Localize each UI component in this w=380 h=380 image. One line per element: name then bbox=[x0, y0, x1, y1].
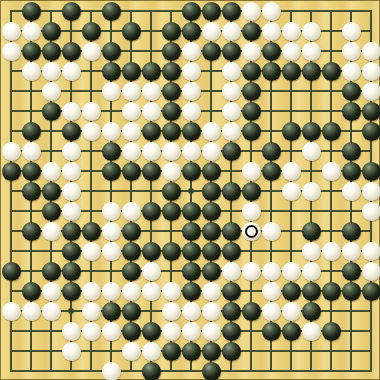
intersection[interactable] bbox=[101, 1, 121, 21]
intersection[interactable] bbox=[161, 61, 181, 81]
intersection[interactable] bbox=[261, 241, 281, 261]
intersection[interactable] bbox=[341, 221, 361, 241]
intersection[interactable] bbox=[101, 301, 121, 321]
intersection[interactable] bbox=[121, 221, 141, 241]
intersection[interactable] bbox=[181, 21, 201, 41]
intersection[interactable] bbox=[121, 361, 141, 380]
intersection[interactable] bbox=[261, 141, 281, 161]
intersection[interactable] bbox=[361, 61, 380, 81]
intersection[interactable] bbox=[81, 181, 101, 201]
intersection[interactable] bbox=[201, 321, 221, 341]
intersection[interactable] bbox=[341, 141, 361, 161]
intersection[interactable] bbox=[181, 1, 201, 21]
intersection[interactable] bbox=[41, 41, 61, 61]
intersection[interactable] bbox=[101, 21, 121, 41]
intersection[interactable] bbox=[281, 141, 301, 161]
intersection[interactable] bbox=[221, 161, 241, 181]
intersection[interactable] bbox=[181, 61, 201, 81]
intersection[interactable] bbox=[141, 41, 161, 61]
intersection[interactable] bbox=[121, 241, 141, 261]
intersection[interactable] bbox=[221, 221, 241, 241]
intersection[interactable] bbox=[341, 301, 361, 321]
intersection[interactable] bbox=[81, 61, 101, 81]
intersection[interactable] bbox=[101, 181, 121, 201]
intersection[interactable] bbox=[361, 341, 380, 361]
intersection[interactable] bbox=[141, 81, 161, 101]
intersection[interactable] bbox=[1, 261, 21, 281]
intersection[interactable] bbox=[1, 61, 21, 81]
intersection[interactable] bbox=[281, 361, 301, 380]
intersection[interactable] bbox=[181, 141, 201, 161]
intersection[interactable] bbox=[281, 201, 301, 221]
intersection[interactable] bbox=[321, 281, 341, 301]
intersection[interactable] bbox=[61, 241, 81, 261]
intersection[interactable] bbox=[201, 341, 221, 361]
intersection[interactable] bbox=[61, 181, 81, 201]
intersection[interactable] bbox=[341, 341, 361, 361]
intersection[interactable] bbox=[321, 201, 341, 221]
intersection[interactable] bbox=[301, 141, 321, 161]
intersection[interactable] bbox=[301, 81, 321, 101]
intersection[interactable] bbox=[221, 201, 241, 221]
intersection[interactable] bbox=[101, 361, 121, 380]
intersection[interactable] bbox=[61, 301, 81, 321]
intersection[interactable] bbox=[141, 201, 161, 221]
intersection[interactable] bbox=[41, 261, 61, 281]
intersection[interactable] bbox=[321, 61, 341, 81]
intersection[interactable] bbox=[181, 201, 201, 221]
intersection[interactable] bbox=[221, 61, 241, 81]
intersection[interactable] bbox=[21, 301, 41, 321]
intersection[interactable] bbox=[241, 201, 261, 221]
intersection[interactable] bbox=[181, 341, 201, 361]
intersection[interactable] bbox=[301, 21, 321, 41]
intersection[interactable] bbox=[81, 21, 101, 41]
intersection[interactable] bbox=[81, 41, 101, 61]
intersection[interactable] bbox=[241, 261, 261, 281]
intersection[interactable] bbox=[261, 21, 281, 41]
intersection[interactable] bbox=[241, 101, 261, 121]
intersection[interactable] bbox=[101, 341, 121, 361]
intersection[interactable] bbox=[41, 361, 61, 380]
intersection[interactable] bbox=[361, 81, 380, 101]
intersection[interactable] bbox=[81, 161, 101, 181]
intersection[interactable] bbox=[201, 221, 221, 241]
intersection[interactable] bbox=[241, 161, 261, 181]
intersection[interactable] bbox=[141, 321, 161, 341]
intersection[interactable] bbox=[81, 261, 101, 281]
intersection[interactable] bbox=[301, 61, 321, 81]
intersection[interactable] bbox=[81, 221, 101, 241]
intersection[interactable] bbox=[281, 301, 301, 321]
intersection[interactable] bbox=[41, 341, 61, 361]
intersection[interactable] bbox=[61, 321, 81, 341]
intersection[interactable] bbox=[201, 181, 221, 201]
intersection[interactable] bbox=[321, 1, 341, 21]
intersection[interactable] bbox=[21, 121, 41, 141]
intersection[interactable] bbox=[101, 121, 121, 141]
intersection[interactable] bbox=[61, 121, 81, 141]
intersection[interactable] bbox=[141, 121, 161, 141]
intersection[interactable] bbox=[321, 41, 341, 61]
intersection[interactable] bbox=[201, 361, 221, 380]
intersection[interactable] bbox=[141, 361, 161, 380]
intersection[interactable] bbox=[101, 81, 121, 101]
intersection[interactable] bbox=[21, 361, 41, 380]
intersection[interactable] bbox=[341, 161, 361, 181]
intersection[interactable] bbox=[241, 321, 261, 341]
intersection[interactable] bbox=[101, 241, 121, 261]
intersection[interactable] bbox=[121, 181, 141, 201]
intersection[interactable] bbox=[241, 241, 261, 261]
intersection[interactable] bbox=[61, 361, 81, 380]
intersection[interactable] bbox=[81, 201, 101, 221]
intersection[interactable] bbox=[321, 81, 341, 101]
intersection[interactable] bbox=[361, 221, 380, 241]
intersection[interactable] bbox=[81, 1, 101, 21]
intersection[interactable] bbox=[121, 61, 141, 81]
intersection[interactable] bbox=[81, 81, 101, 101]
intersection[interactable] bbox=[101, 201, 121, 221]
intersection[interactable] bbox=[241, 81, 261, 101]
intersection[interactable] bbox=[281, 21, 301, 41]
intersection[interactable] bbox=[141, 61, 161, 81]
intersection[interactable] bbox=[361, 181, 380, 201]
intersection[interactable] bbox=[61, 81, 81, 101]
intersection[interactable] bbox=[221, 121, 241, 141]
intersection[interactable] bbox=[341, 121, 361, 141]
intersection[interactable] bbox=[101, 281, 121, 301]
intersection[interactable] bbox=[181, 241, 201, 261]
intersection[interactable] bbox=[321, 21, 341, 41]
intersection[interactable] bbox=[121, 261, 141, 281]
intersection[interactable] bbox=[61, 41, 81, 61]
intersection[interactable] bbox=[301, 301, 321, 321]
intersection[interactable] bbox=[1, 241, 21, 261]
intersection[interactable] bbox=[121, 121, 141, 141]
intersection[interactable] bbox=[21, 341, 41, 361]
intersection[interactable] bbox=[201, 61, 221, 81]
intersection[interactable] bbox=[281, 261, 301, 281]
intersection[interactable] bbox=[21, 321, 41, 341]
intersection[interactable] bbox=[261, 341, 281, 361]
intersection[interactable] bbox=[121, 201, 141, 221]
intersection[interactable] bbox=[341, 21, 361, 41]
intersection[interactable] bbox=[21, 61, 41, 81]
intersection[interactable] bbox=[141, 341, 161, 361]
intersection[interactable] bbox=[301, 341, 321, 361]
intersection[interactable] bbox=[141, 261, 161, 281]
intersection[interactable] bbox=[1, 341, 21, 361]
intersection[interactable] bbox=[121, 101, 141, 121]
intersection[interactable] bbox=[241, 41, 261, 61]
intersection[interactable] bbox=[221, 181, 241, 201]
intersection[interactable] bbox=[81, 101, 101, 121]
intersection[interactable] bbox=[301, 41, 321, 61]
intersection[interactable] bbox=[221, 281, 241, 301]
intersection[interactable] bbox=[1, 21, 21, 41]
intersection[interactable] bbox=[321, 321, 341, 341]
intersection[interactable] bbox=[21, 241, 41, 261]
intersection[interactable] bbox=[1, 81, 21, 101]
intersection[interactable] bbox=[121, 161, 141, 181]
intersection[interactable] bbox=[1, 161, 21, 181]
intersection[interactable] bbox=[201, 281, 221, 301]
intersection[interactable] bbox=[61, 101, 81, 121]
intersection[interactable] bbox=[121, 21, 141, 41]
intersection[interactable] bbox=[81, 301, 101, 321]
intersection[interactable] bbox=[201, 1, 221, 21]
intersection[interactable] bbox=[61, 1, 81, 21]
intersection[interactable] bbox=[61, 21, 81, 41]
intersection[interactable] bbox=[241, 361, 261, 380]
intersection[interactable] bbox=[121, 141, 141, 161]
intersection[interactable] bbox=[1, 281, 21, 301]
intersection[interactable] bbox=[101, 101, 121, 121]
intersection[interactable] bbox=[1, 121, 21, 141]
intersection[interactable] bbox=[1, 301, 21, 321]
intersection[interactable] bbox=[221, 101, 241, 121]
intersection[interactable] bbox=[281, 61, 301, 81]
intersection[interactable] bbox=[261, 361, 281, 380]
intersection[interactable] bbox=[221, 1, 241, 21]
intersection[interactable] bbox=[281, 101, 301, 121]
intersection[interactable] bbox=[361, 101, 380, 121]
intersection[interactable] bbox=[361, 21, 380, 41]
intersection[interactable] bbox=[321, 161, 341, 181]
intersection[interactable] bbox=[221, 21, 241, 41]
intersection[interactable] bbox=[41, 161, 61, 181]
intersection[interactable] bbox=[21, 141, 41, 161]
intersection[interactable] bbox=[361, 141, 380, 161]
intersection[interactable] bbox=[221, 321, 241, 341]
intersection[interactable] bbox=[201, 141, 221, 161]
intersection[interactable] bbox=[21, 281, 41, 301]
intersection[interactable] bbox=[281, 181, 301, 201]
intersection[interactable] bbox=[261, 301, 281, 321]
intersection[interactable] bbox=[141, 301, 161, 321]
intersection[interactable] bbox=[281, 1, 301, 21]
intersection[interactable] bbox=[61, 221, 81, 241]
intersection[interactable] bbox=[161, 261, 181, 281]
intersection[interactable] bbox=[161, 81, 181, 101]
intersection[interactable] bbox=[101, 261, 121, 281]
intersection[interactable] bbox=[61, 341, 81, 361]
intersection[interactable] bbox=[81, 281, 101, 301]
intersection[interactable] bbox=[141, 241, 161, 261]
intersection[interactable] bbox=[221, 361, 241, 380]
intersection[interactable] bbox=[341, 321, 361, 341]
intersection[interactable] bbox=[261, 121, 281, 141]
intersection[interactable] bbox=[301, 201, 321, 221]
intersection[interactable] bbox=[221, 261, 241, 281]
intersection[interactable] bbox=[281, 81, 301, 101]
intersection[interactable] bbox=[321, 121, 341, 141]
intersection[interactable] bbox=[321, 181, 341, 201]
intersection[interactable] bbox=[161, 181, 181, 201]
intersection[interactable] bbox=[361, 41, 380, 61]
intersection[interactable] bbox=[361, 201, 380, 221]
intersection[interactable] bbox=[261, 221, 281, 241]
intersection[interactable] bbox=[221, 81, 241, 101]
intersection[interactable] bbox=[21, 41, 41, 61]
intersection[interactable] bbox=[201, 161, 221, 181]
intersection[interactable] bbox=[281, 161, 301, 181]
intersection[interactable] bbox=[301, 361, 321, 380]
intersection[interactable] bbox=[281, 41, 301, 61]
intersection[interactable] bbox=[321, 221, 341, 241]
intersection[interactable] bbox=[41, 181, 61, 201]
intersection[interactable] bbox=[241, 281, 261, 301]
intersection[interactable] bbox=[41, 101, 61, 121]
intersection[interactable] bbox=[201, 201, 221, 221]
intersection[interactable] bbox=[341, 201, 361, 221]
intersection[interactable] bbox=[321, 361, 341, 380]
intersection[interactable] bbox=[181, 41, 201, 61]
intersection[interactable] bbox=[41, 301, 61, 321]
intersection[interactable] bbox=[161, 281, 181, 301]
intersection[interactable] bbox=[241, 21, 261, 41]
intersection[interactable] bbox=[201, 241, 221, 261]
intersection[interactable] bbox=[1, 41, 21, 61]
intersection[interactable] bbox=[141, 221, 161, 241]
intersection[interactable] bbox=[281, 221, 301, 241]
intersection[interactable] bbox=[241, 61, 261, 81]
intersection[interactable] bbox=[261, 281, 281, 301]
intersection[interactable] bbox=[21, 261, 41, 281]
intersection[interactable] bbox=[21, 81, 41, 101]
intersection[interactable] bbox=[121, 41, 141, 61]
intersection[interactable] bbox=[301, 181, 321, 201]
intersection[interactable] bbox=[341, 1, 361, 21]
intersection[interactable] bbox=[341, 241, 361, 261]
intersection[interactable] bbox=[181, 261, 201, 281]
intersection[interactable] bbox=[181, 321, 201, 341]
intersection[interactable] bbox=[241, 181, 261, 201]
intersection[interactable] bbox=[361, 241, 380, 261]
intersection[interactable] bbox=[61, 61, 81, 81]
intersection[interactable] bbox=[341, 361, 361, 380]
intersection[interactable] bbox=[41, 61, 61, 81]
intersection[interactable] bbox=[341, 281, 361, 301]
intersection[interactable] bbox=[121, 301, 141, 321]
intersection[interactable] bbox=[141, 161, 161, 181]
intersection[interactable] bbox=[181, 121, 201, 141]
intersection[interactable] bbox=[261, 161, 281, 181]
intersection[interactable] bbox=[321, 301, 341, 321]
intersection[interactable] bbox=[81, 141, 101, 161]
intersection[interactable] bbox=[1, 221, 21, 241]
intersection[interactable] bbox=[301, 281, 321, 301]
intersection[interactable] bbox=[301, 221, 321, 241]
intersection[interactable] bbox=[81, 121, 101, 141]
intersection[interactable] bbox=[161, 1, 181, 21]
intersection[interactable] bbox=[161, 221, 181, 241]
intersection[interactable] bbox=[341, 81, 361, 101]
intersection[interactable] bbox=[41, 121, 61, 141]
intersection[interactable] bbox=[121, 321, 141, 341]
intersection[interactable] bbox=[81, 341, 101, 361]
intersection[interactable] bbox=[161, 241, 181, 261]
intersection[interactable] bbox=[361, 281, 380, 301]
intersection[interactable] bbox=[321, 241, 341, 261]
intersection[interactable] bbox=[261, 261, 281, 281]
intersection[interactable] bbox=[241, 1, 261, 21]
intersection[interactable] bbox=[41, 141, 61, 161]
intersection[interactable] bbox=[101, 41, 121, 61]
intersection[interactable] bbox=[201, 41, 221, 61]
intersection[interactable] bbox=[361, 321, 380, 341]
intersection[interactable] bbox=[41, 81, 61, 101]
intersection[interactable] bbox=[101, 61, 121, 81]
intersection[interactable] bbox=[241, 341, 261, 361]
intersection[interactable] bbox=[241, 121, 261, 141]
intersection[interactable] bbox=[121, 1, 141, 21]
intersection[interactable] bbox=[61, 261, 81, 281]
intersection[interactable] bbox=[21, 221, 41, 241]
intersection[interactable] bbox=[201, 261, 221, 281]
intersection[interactable] bbox=[41, 1, 61, 21]
intersection[interactable] bbox=[261, 181, 281, 201]
intersection[interactable] bbox=[281, 121, 301, 141]
intersection[interactable] bbox=[1, 321, 21, 341]
intersection[interactable] bbox=[41, 281, 61, 301]
intersection[interactable] bbox=[361, 161, 380, 181]
intersection[interactable] bbox=[161, 101, 181, 121]
intersection[interactable] bbox=[341, 101, 361, 121]
intersection[interactable] bbox=[181, 361, 201, 380]
intersection[interactable] bbox=[161, 301, 181, 321]
intersection[interactable] bbox=[121, 281, 141, 301]
intersection[interactable] bbox=[201, 121, 221, 141]
intersection[interactable] bbox=[341, 61, 361, 81]
intersection[interactable] bbox=[1, 201, 21, 221]
intersection[interactable] bbox=[61, 141, 81, 161]
intersection[interactable] bbox=[361, 1, 380, 21]
intersection[interactable] bbox=[281, 241, 301, 261]
intersection[interactable] bbox=[181, 281, 201, 301]
intersection[interactable] bbox=[161, 361, 181, 380]
intersection[interactable] bbox=[261, 81, 281, 101]
intersection[interactable] bbox=[241, 221, 261, 241]
intersection[interactable] bbox=[21, 101, 41, 121]
intersection[interactable] bbox=[321, 141, 341, 161]
intersection[interactable] bbox=[201, 301, 221, 321]
intersection[interactable] bbox=[101, 161, 121, 181]
intersection[interactable] bbox=[201, 81, 221, 101]
intersection[interactable] bbox=[301, 1, 321, 21]
intersection[interactable] bbox=[321, 341, 341, 361]
intersection[interactable] bbox=[341, 41, 361, 61]
intersection[interactable] bbox=[201, 21, 221, 41]
intersection[interactable] bbox=[221, 41, 241, 61]
intersection[interactable] bbox=[361, 301, 380, 321]
intersection[interactable] bbox=[281, 341, 301, 361]
intersection[interactable] bbox=[221, 141, 241, 161]
intersection[interactable] bbox=[241, 301, 261, 321]
intersection[interactable] bbox=[301, 101, 321, 121]
intersection[interactable] bbox=[1, 361, 21, 380]
intersection[interactable] bbox=[141, 101, 161, 121]
intersection[interactable] bbox=[101, 141, 121, 161]
intersection[interactable] bbox=[281, 281, 301, 301]
intersection[interactable] bbox=[1, 181, 21, 201]
intersection[interactable] bbox=[81, 361, 101, 380]
intersection[interactable] bbox=[261, 101, 281, 121]
intersection[interactable] bbox=[261, 201, 281, 221]
intersection[interactable] bbox=[41, 221, 61, 241]
intersection[interactable] bbox=[321, 101, 341, 121]
